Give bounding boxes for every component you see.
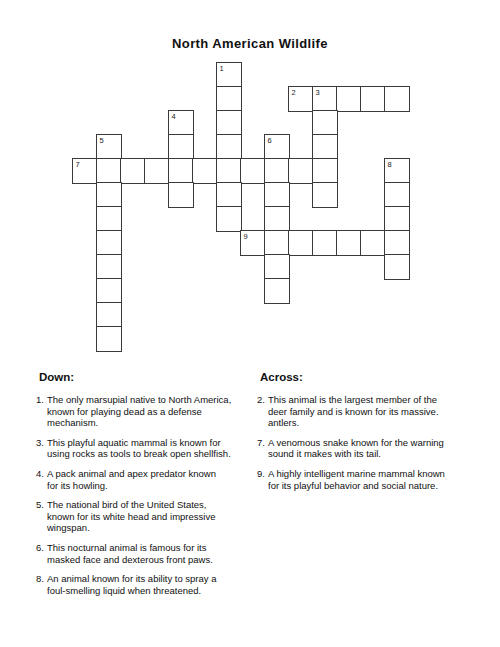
clue-down-4: 4. A pack animal and apex predator known… [36,468,252,491]
down-header: Down: [39,371,252,383]
clue-text: An animal known for its ability to spray… [47,573,252,596]
puzzle-title: North American Wildlife [0,36,500,51]
grid-cell-r4c8[interactable] [264,158,290,184]
grid-cell-r3c4[interactable] [168,134,194,160]
grid-cell-r4c10[interactable] [312,158,338,184]
clue-across-9: 9. A highly intelligent marine mammal kn… [257,468,471,491]
clue-number: 9. [257,468,268,480]
grid-cell-r7c7[interactable]: 9 [240,230,266,256]
clue-number: 6. [36,542,47,554]
crossword-grid: 123456789 [72,62,410,352]
grid-cell-r7c13[interactable] [384,230,410,256]
grid-cell-r2c10[interactable] [312,110,338,136]
grid-cell-r5c1[interactable] [96,182,122,208]
grid-cell-r1c10[interactable]: 3 [312,86,338,112]
grid-cell-r5c4[interactable] [168,182,194,208]
grid-cell-r4c9[interactable] [288,158,314,184]
clue-across-2: 2. This animal is the largest member of … [257,394,471,429]
grid-cell-r1c9[interactable]: 2 [288,86,314,112]
clue-number: 2. [257,394,268,406]
grid-cell-r4c5[interactable] [192,158,218,184]
grid-cell-r6c1[interactable] [96,206,122,232]
grid-cell-r10c1[interactable] [96,302,122,328]
grid-cell-r9c8[interactable] [264,278,290,304]
grid-cell-r0c6[interactable]: 1 [216,62,242,88]
cell-clue-number: 4 [172,113,176,121]
clue-number: 7. [257,437,268,449]
grid-cell-r8c1[interactable] [96,254,122,280]
clue-down-1: 1. The only marsupial native to North Am… [36,394,252,429]
grid-cell-r4c0[interactable]: 7 [72,158,98,184]
clue-number: 3. [36,437,47,449]
grid-cell-r4c2[interactable] [120,158,146,184]
grid-cell-r7c12[interactable] [360,230,386,256]
grid-cell-r5c10[interactable] [312,182,338,208]
clue-number: 4. [36,468,47,480]
grid-cell-r1c12[interactable] [360,86,386,112]
cell-clue-number: 2 [292,89,296,97]
clue-text: A pack animal and apex predator known fo… [47,468,252,491]
grid-cell-r11c1[interactable] [96,326,122,352]
cell-clue-number: 3 [316,89,320,97]
grid-cell-r4c13[interactable]: 8 [384,158,410,184]
clue-text: The only marsupial native to North Ameri… [47,394,252,429]
cell-clue-number: 8 [388,161,392,169]
grid-cell-r7c1[interactable] [96,230,122,256]
across-header: Across: [260,371,471,383]
grid-cell-r9c1[interactable] [96,278,122,304]
cell-clue-number: 6 [268,137,272,145]
grid-cell-r1c6[interactable] [216,86,242,112]
clue-text: This nocturnal animal is famous for its … [47,542,252,565]
grid-cell-r7c8[interactable] [264,230,290,256]
cell-clue-number: 5 [100,137,104,145]
grid-cell-r6c13[interactable] [384,206,410,232]
cell-clue-number: 7 [76,161,80,169]
clue-text: The national bird of the United States, … [47,499,252,534]
clue-down-8: 8. An animal known for its ability to sp… [36,573,252,596]
grid-cell-r4c4[interactable] [168,158,194,184]
across-clues-section: Across: 2. This animal is the largest me… [257,371,471,499]
grid-cell-r6c6[interactable] [216,206,242,232]
clue-number: 1. [36,394,47,406]
grid-cell-r2c4[interactable]: 4 [168,110,194,136]
grid-cell-r8c13[interactable] [384,254,410,280]
grid-cell-r5c13[interactable] [384,182,410,208]
clue-number: 5. [36,499,47,511]
grid-cell-r7c9[interactable] [288,230,314,256]
clue-down-6: 6. This nocturnal animal is famous for i… [36,542,252,565]
crossword-page: North American Wildlife 123456789 Down: … [0,0,500,647]
grid-cell-r5c8[interactable] [264,182,290,208]
clue-text: A venomous snake known for the warning s… [268,437,471,460]
clue-across-7: 7. A venomous snake known for the warnin… [257,437,471,460]
grid-cell-r7c10[interactable] [312,230,338,256]
grid-cell-r4c1[interactable] [96,158,122,184]
grid-cell-r5c6[interactable] [216,182,242,208]
grid-cell-r1c13[interactable] [384,86,410,112]
cell-clue-number: 1 [220,65,224,73]
grid-cell-r1c11[interactable] [336,86,362,112]
grid-cell-r4c7[interactable] [240,158,266,184]
grid-cell-r3c8[interactable]: 6 [264,134,290,160]
cell-clue-number: 9 [244,233,248,241]
grid-cell-r3c6[interactable] [216,134,242,160]
grid-cell-r3c1[interactable]: 5 [96,134,122,160]
clue-down-5: 5. The national bird of the United State… [36,499,252,534]
clue-text: This playful aquatic mammal is known for… [47,437,252,460]
grid-cell-r3c10[interactable] [312,134,338,160]
grid-cell-r4c3[interactable] [144,158,170,184]
clue-text: This animal is the largest member of the… [268,394,471,429]
down-clues-section: Down: 1. The only marsupial native to No… [36,371,252,604]
grid-cell-r2c6[interactable] [216,110,242,136]
grid-cell-r6c8[interactable] [264,206,290,232]
clue-text: A highly intelligent marine mammal known… [268,468,471,491]
clue-down-3: 3. This playful aquatic mammal is known … [36,437,252,460]
grid-cell-r7c11[interactable] [336,230,362,256]
grid-cell-r4c6[interactable] [216,158,242,184]
clue-number: 8. [36,573,47,585]
grid-cell-r8c8[interactable] [264,254,290,280]
